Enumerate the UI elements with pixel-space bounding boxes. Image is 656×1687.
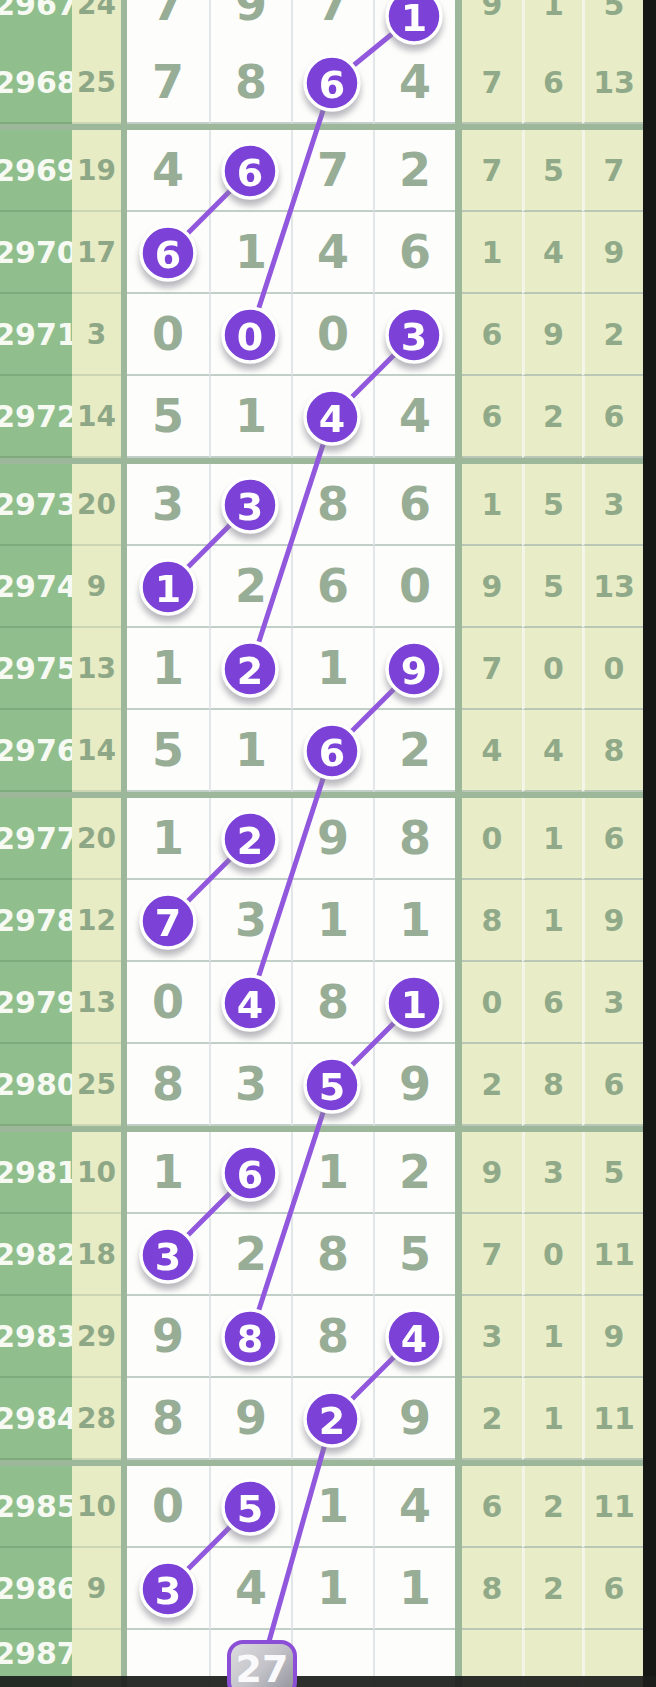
sum-value: 28 xyxy=(72,1378,121,1460)
digit-cell-p2: 2 xyxy=(209,628,291,710)
stat-cell-2: 2 xyxy=(522,1466,582,1548)
draw-number: 2972 xyxy=(0,376,72,458)
digit-cell-p3: 1 xyxy=(291,880,373,962)
stat-cell-1: 3 xyxy=(462,1296,522,1378)
digit-cell-p2: 2 xyxy=(209,1214,291,1296)
digit-cell-p3: 0 xyxy=(291,294,373,376)
group-separator xyxy=(0,1126,643,1132)
digit-cell-p4: 9 xyxy=(373,628,455,710)
stat-cell-2: 2 xyxy=(522,376,582,458)
digit-cell-p1: 1 xyxy=(127,628,209,710)
row-2978: 2978127311819 xyxy=(0,880,643,962)
stat-cell-2: 4 xyxy=(522,212,582,294)
stat-cell-3: 3 xyxy=(582,962,643,1044)
digit-cell-p3: 6 xyxy=(291,710,373,792)
row-2967: 2967247971915 xyxy=(0,0,643,46)
digit-cell-p4: 0 xyxy=(373,546,455,628)
digit-cell-p2: 3 xyxy=(209,464,291,546)
draw-number: 2967 xyxy=(0,0,72,46)
stat-cell-2: 6 xyxy=(522,962,582,1044)
stat-cell-3: 3 xyxy=(582,464,643,546)
sum-value: 10 xyxy=(72,1466,121,1548)
digit-cell-p4: 1 xyxy=(373,0,455,46)
digit-cell-p3: 1 xyxy=(291,1132,373,1214)
right-divider xyxy=(455,1214,462,1296)
stat-cell-2: 4 xyxy=(522,710,582,792)
digit-cell-p2: 1 xyxy=(209,376,291,458)
digit-cell-p3: 1 xyxy=(291,628,373,710)
stat-cell-1: 9 xyxy=(462,0,522,46)
draw-number: 2976 xyxy=(0,710,72,792)
group-separator xyxy=(0,458,643,464)
digit-cell-p4: 1 xyxy=(373,962,455,1044)
digit-cell-p1: 6 xyxy=(127,212,209,294)
digit-cell-p1: 3 xyxy=(127,1548,209,1630)
stat-cell-1: 7 xyxy=(462,42,522,124)
stat-cell-3: 5 xyxy=(582,0,643,46)
digit-cell-p1: 1 xyxy=(127,1132,209,1214)
group-separator xyxy=(0,124,643,130)
digit-cell-p2: 4 xyxy=(209,962,291,1044)
sum-value: 17 xyxy=(72,212,121,294)
stat-cell-3: 13 xyxy=(582,42,643,124)
stat-cell-1: 4 xyxy=(462,710,522,792)
digit-cell-p4: 8 xyxy=(373,798,455,880)
right-divider xyxy=(455,880,462,962)
digit-cell-p4: 3 xyxy=(373,294,455,376)
digit-cell-p3: 7 xyxy=(291,0,373,46)
digit-cell-p3: 5 xyxy=(291,1044,373,1126)
stat-cell-1: 8 xyxy=(462,1548,522,1630)
stat-cell-3: 6 xyxy=(582,1044,643,1126)
right-divider xyxy=(455,1044,462,1126)
stat-cell-1: 7 xyxy=(462,628,522,710)
row-2981: 2981101612935 xyxy=(0,1132,643,1214)
stat-cell-1: 9 xyxy=(462,1132,522,1214)
stat-cell-1: 8 xyxy=(462,880,522,962)
digit-cell-p2: 9 xyxy=(209,0,291,46)
digit-cell-p2: 8 xyxy=(209,42,291,124)
sum-value: 24 xyxy=(72,0,121,46)
digit-cell-p3: 1 xyxy=(291,1548,373,1630)
digit-cell-p2: 3 xyxy=(209,880,291,962)
sum-value: 14 xyxy=(72,710,121,792)
stat-cell-3: 11 xyxy=(582,1466,643,1548)
digit-cell-p2: 8 xyxy=(209,1296,291,1378)
sum-value: 20 xyxy=(72,798,121,880)
stat-cell-2: 1 xyxy=(522,1296,582,1378)
draw-number: 2983 xyxy=(0,1296,72,1378)
digit-cell-p1: 1 xyxy=(127,546,209,628)
row-2972: 2972145144626 xyxy=(0,376,643,458)
digit-cell-p4: 6 xyxy=(373,464,455,546)
stat-cell-2: 1 xyxy=(522,1378,582,1460)
stat-cell-3: 6 xyxy=(582,376,643,458)
digit-cell-p4: 2 xyxy=(373,710,455,792)
next-draw-badge: 27 xyxy=(227,1640,297,1687)
digit-cell-p4: 1 xyxy=(373,1548,455,1630)
digit-cell-p3: 7 xyxy=(291,130,373,212)
digit-cell-p4: 6 xyxy=(373,212,455,294)
digit-cell-p1: 0 xyxy=(127,962,209,1044)
digit-cell-p4: 5 xyxy=(373,1214,455,1296)
digit-cell-p4: 2 xyxy=(373,130,455,212)
lottery-trend-chart-board: 2967247971915296825786476132969194672757… xyxy=(0,0,656,1687)
digit-cell-p3: 9 xyxy=(291,798,373,880)
row-2975: 2975131219700 xyxy=(0,628,643,710)
stat-cell-1: 2 xyxy=(462,1378,522,1460)
stat-cell-3: 0 xyxy=(582,628,643,710)
digit-cell-p3: 6 xyxy=(291,42,373,124)
digit-cell-p2: 9 xyxy=(209,1378,291,1460)
right-divider xyxy=(455,294,462,376)
draw-number: 2978 xyxy=(0,880,72,962)
sum-value: 20 xyxy=(72,464,121,546)
stat-cell-2: 2 xyxy=(522,1548,582,1630)
digit-cell-p3: 1 xyxy=(291,1466,373,1548)
digit-cell-p2: 2 xyxy=(209,546,291,628)
right-divider xyxy=(455,0,462,46)
digit-cell-p1: 7 xyxy=(127,0,209,46)
stat-cell-2: 6 xyxy=(522,42,582,124)
stat-cell-3: 11 xyxy=(582,1214,643,1296)
digit-cell-p2: 2 xyxy=(209,798,291,880)
sum-value: 29 xyxy=(72,1296,121,1378)
row-2977: 2977201298016 xyxy=(0,798,643,880)
right-divider xyxy=(455,710,462,792)
right-divider xyxy=(455,1466,462,1548)
draw-number: 2970 xyxy=(0,212,72,294)
digit-cell-p3: 8 xyxy=(291,962,373,1044)
stat-cell-1: 9 xyxy=(462,546,522,628)
draw-number: 2980 xyxy=(0,1044,72,1126)
next-draw-badge-label: 27 xyxy=(236,1647,289,1687)
draw-number: 2986 xyxy=(0,1548,72,1630)
right-divider xyxy=(455,212,462,294)
digit-cell-p1: 7 xyxy=(127,880,209,962)
stat-cell-3: 6 xyxy=(582,798,643,880)
sum-value: 9 xyxy=(72,546,121,628)
stat-cell-3: 9 xyxy=(582,212,643,294)
row-2985: 29851005146211 xyxy=(0,1466,643,1548)
stat-cell-3: 13 xyxy=(582,546,643,628)
stat-cell-3: 8 xyxy=(582,710,643,792)
digit-cell-p4: 2 xyxy=(373,1132,455,1214)
draw-number: 2968 xyxy=(0,42,72,124)
row-2974: 2974912609513 xyxy=(0,546,643,628)
right-divider xyxy=(455,798,462,880)
digit-cell-p4: 4 xyxy=(373,1296,455,1378)
row-2969: 2969194672757 xyxy=(0,130,643,212)
sum-value: 13 xyxy=(72,628,121,710)
stat-cell-2: 1 xyxy=(522,880,582,962)
digit-cell-p1: 8 xyxy=(127,1378,209,1460)
digit-cell-p2: 4 xyxy=(209,1548,291,1630)
right-divider xyxy=(455,546,462,628)
draw-number: 2977 xyxy=(0,798,72,880)
digit-cell-p3: 8 xyxy=(291,1296,373,1378)
right-edge-strip xyxy=(643,0,656,1687)
draw-number: 2974 xyxy=(0,546,72,628)
digit-cell-p3: 6 xyxy=(291,546,373,628)
digit-cell-p1: 5 xyxy=(127,710,209,792)
digit-cell-p2: 1 xyxy=(209,710,291,792)
stat-cell-3: 6 xyxy=(582,1548,643,1630)
stat-cell-2: 5 xyxy=(522,546,582,628)
right-divider xyxy=(455,376,462,458)
group-separator xyxy=(0,1460,643,1466)
digit-cell-p1: 7 xyxy=(127,42,209,124)
stat-cell-1: 2 xyxy=(462,1044,522,1126)
digit-cell-p4: 4 xyxy=(373,1466,455,1548)
row-2976: 2976145162448 xyxy=(0,710,643,792)
stat-cell-1: 7 xyxy=(462,130,522,212)
digit-cell-p2: 3 xyxy=(209,1044,291,1126)
digit-cell-p2: 1 xyxy=(209,212,291,294)
sum-value: 10 xyxy=(72,1132,121,1214)
digit-cell-p1: 5 xyxy=(127,376,209,458)
draw-number: 2973 xyxy=(0,464,72,546)
digit-cell-p1: 4 xyxy=(127,130,209,212)
digit-cell-p1: 0 xyxy=(127,1466,209,1548)
row-2984: 29842889292111 xyxy=(0,1378,643,1460)
stat-cell-2: 9 xyxy=(522,294,582,376)
row-2968: 29682578647613 xyxy=(0,42,643,124)
right-divider xyxy=(455,962,462,1044)
digit-cell-p4: 4 xyxy=(373,376,455,458)
draw-number: 2975 xyxy=(0,628,72,710)
digit-cell-p4: 1 xyxy=(373,880,455,962)
digit-cell-p1: 0 xyxy=(127,294,209,376)
row-2986: 298693411826 xyxy=(0,1548,643,1630)
digit-cell-p2: 6 xyxy=(209,130,291,212)
stat-cell-3: 2 xyxy=(582,294,643,376)
stat-cell-1: 7 xyxy=(462,1214,522,1296)
draw-number: 2985 xyxy=(0,1466,72,1548)
digit-cell-p2: 6 xyxy=(209,1132,291,1214)
stat-cell-2: 0 xyxy=(522,1214,582,1296)
row-2970: 2970176146149 xyxy=(0,212,643,294)
draw-number: 2969 xyxy=(0,130,72,212)
stat-cell-1: 1 xyxy=(462,464,522,546)
stat-cell-2: 1 xyxy=(522,0,582,46)
stat-cell-1: 1 xyxy=(462,212,522,294)
row-2971: 297130003692 xyxy=(0,294,643,376)
draw-number: 2981 xyxy=(0,1132,72,1214)
sum-value: 25 xyxy=(72,1044,121,1126)
right-divider xyxy=(455,42,462,124)
digit-cell-p1: 8 xyxy=(127,1044,209,1126)
stat-cell-1: 6 xyxy=(462,294,522,376)
right-divider xyxy=(455,1548,462,1630)
digit-cell-p4: 9 xyxy=(373,1044,455,1126)
stat-cell-3: 9 xyxy=(582,880,643,962)
digit-cell-p1: 3 xyxy=(127,464,209,546)
sum-value: 12 xyxy=(72,880,121,962)
row-2973: 2973203386153 xyxy=(0,464,643,546)
digit-cell-p1: 1 xyxy=(127,798,209,880)
right-divider xyxy=(455,628,462,710)
row-2979: 2979130481063 xyxy=(0,962,643,1044)
stat-cell-3: 11 xyxy=(582,1378,643,1460)
draw-number: 2984 xyxy=(0,1378,72,1460)
stat-cell-1: 6 xyxy=(462,376,522,458)
right-divider xyxy=(455,1378,462,1460)
stat-cell-1: 0 xyxy=(462,798,522,880)
bottom-system-bar xyxy=(0,1676,656,1687)
row-2982: 29821832857011 xyxy=(0,1214,643,1296)
right-divider xyxy=(455,1132,462,1214)
sum-value: 13 xyxy=(72,962,121,1044)
sum-value: 18 xyxy=(72,1214,121,1296)
stat-cell-1: 6 xyxy=(462,1466,522,1548)
sum-value: 19 xyxy=(72,130,121,212)
draw-number: 2971 xyxy=(0,294,72,376)
digit-cell-p1: 3 xyxy=(127,1214,209,1296)
row-2983: 2983299884319 xyxy=(0,1296,643,1378)
digit-cell-p3: 8 xyxy=(291,464,373,546)
digit-cell-p4: 9 xyxy=(373,1378,455,1460)
digit-cell-p3: 8 xyxy=(291,1214,373,1296)
digit-cell-p2: 5 xyxy=(209,1466,291,1548)
right-divider xyxy=(455,130,462,212)
stat-cell-3: 9 xyxy=(582,1296,643,1378)
sum-value: 9 xyxy=(72,1548,121,1630)
draw-number: 2979 xyxy=(0,962,72,1044)
right-divider xyxy=(455,1296,462,1378)
stat-cell-1: 0 xyxy=(462,962,522,1044)
digit-cell-p2: 0 xyxy=(209,294,291,376)
draw-number: 2982 xyxy=(0,1214,72,1296)
stat-cell-2: 8 xyxy=(522,1044,582,1126)
stat-cell-2: 5 xyxy=(522,464,582,546)
digit-cell-p3: 2 xyxy=(291,1378,373,1460)
sum-value: 25 xyxy=(72,42,121,124)
stat-cell-2: 1 xyxy=(522,798,582,880)
digit-cell-p4: 4 xyxy=(373,42,455,124)
digit-cell-p1: 9 xyxy=(127,1296,209,1378)
stat-cell-2: 3 xyxy=(522,1132,582,1214)
sum-value: 14 xyxy=(72,376,121,458)
digit-cell-p3: 4 xyxy=(291,376,373,458)
group-separator xyxy=(0,792,643,798)
row-2980: 2980258359286 xyxy=(0,1044,643,1126)
stat-cell-2: 5 xyxy=(522,130,582,212)
stat-cell-2: 0 xyxy=(522,628,582,710)
right-divider xyxy=(455,464,462,546)
stat-cell-3: 5 xyxy=(582,1132,643,1214)
stat-cell-3: 7 xyxy=(582,130,643,212)
digit-cell-p3: 4 xyxy=(291,212,373,294)
sum-value: 3 xyxy=(72,294,121,376)
